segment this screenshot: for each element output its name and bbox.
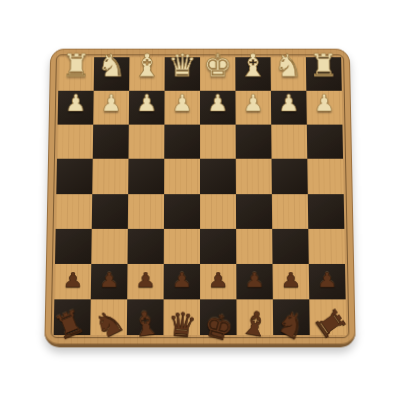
- square[interactable]: [56, 159, 92, 194]
- piece-wP[interactable]: ♟: [65, 91, 87, 114]
- piece-wP[interactable]: ♟: [243, 91, 264, 114]
- square[interactable]: ♜: [54, 299, 91, 335]
- square[interactable]: ♟: [236, 264, 273, 300]
- piece-wP[interactable]: ♟: [207, 91, 228, 114]
- piece-wP[interactable]: ♟: [136, 91, 157, 114]
- piece-bP[interactable]: ♟: [244, 270, 265, 290]
- piece-wP[interactable]: ♟: [313, 91, 335, 114]
- square[interactable]: [272, 229, 309, 264]
- square[interactable]: [271, 125, 307, 159]
- square[interactable]: ♟: [306, 91, 342, 125]
- square[interactable]: ♟: [58, 91, 94, 125]
- square[interactable]: ♟: [271, 91, 307, 125]
- square[interactable]: [307, 125, 343, 159]
- square[interactable]: ♟: [164, 91, 200, 125]
- square[interactable]: [164, 194, 200, 229]
- square[interactable]: [200, 229, 236, 264]
- square[interactable]: [55, 229, 92, 264]
- square[interactable]: ♟: [200, 91, 236, 125]
- piece-bQ[interactable]: ♛: [166, 308, 198, 343]
- square[interactable]: [92, 194, 128, 229]
- square[interactable]: [200, 125, 236, 159]
- piece-bP[interactable]: ♟: [99, 270, 120, 290]
- square[interactable]: ♝: [127, 299, 164, 335]
- square[interactable]: ♝: [235, 57, 271, 91]
- square[interactable]: [272, 159, 308, 194]
- piece-bP[interactable]: ♟: [208, 270, 229, 290]
- piece-bR[interactable]: ♜: [308, 303, 351, 346]
- square[interactable]: ♟: [164, 264, 200, 300]
- piece-bP[interactable]: ♟: [317, 270, 338, 290]
- square[interactable]: [308, 229, 345, 264]
- square[interactable]: ♜: [58, 57, 94, 91]
- piece-wR[interactable]: ♜: [62, 50, 92, 82]
- square[interactable]: [164, 159, 200, 194]
- square[interactable]: ♟: [272, 264, 309, 300]
- square[interactable]: ♛: [165, 57, 200, 91]
- square[interactable]: [272, 194, 308, 229]
- square[interactable]: [128, 194, 164, 229]
- square[interactable]: ♞: [94, 57, 130, 91]
- square[interactable]: ♟: [309, 264, 346, 300]
- square[interactable]: ♚: [200, 299, 237, 335]
- square[interactable]: ♟: [54, 264, 91, 300]
- square[interactable]: ♟: [93, 91, 129, 125]
- square[interactable]: [307, 159, 343, 194]
- square[interactable]: ♟: [235, 91, 271, 125]
- board-grid: ♜♞♝♛♚♝♞♜♟♟♟♟♟♟♟♟♟♟♟♟♟♟♟♟♜♞♝♛♚♝♞♜: [54, 57, 347, 335]
- piece-wP[interactable]: ♟: [172, 91, 193, 114]
- square[interactable]: [200, 159, 236, 194]
- square[interactable]: ♞: [90, 299, 127, 335]
- square[interactable]: [164, 125, 200, 159]
- square[interactable]: ♚: [200, 57, 235, 91]
- square[interactable]: [91, 229, 128, 264]
- scene: ♜♞♝♛♚♝♞♜♟♟♟♟♟♟♟♟♟♟♟♟♟♟♟♟♜♞♝♛♚♝♞♜: [0, 0, 400, 400]
- square[interactable]: ♛: [163, 299, 200, 335]
- square[interactable]: [56, 194, 93, 229]
- piece-bN[interactable]: ♞: [271, 304, 312, 347]
- square[interactable]: ♟: [200, 264, 236, 300]
- square[interactable]: [57, 125, 93, 159]
- piece-bB[interactable]: ♝: [238, 306, 272, 343]
- piece-bP[interactable]: ♟: [171, 270, 192, 290]
- piece-bB[interactable]: ♝: [129, 306, 162, 342]
- square[interactable]: [236, 125, 272, 159]
- piece-bK[interactable]: ♚: [200, 308, 236, 347]
- piece-wP[interactable]: ♟: [278, 91, 299, 114]
- square[interactable]: [128, 229, 164, 264]
- square[interactable]: [92, 159, 128, 194]
- square[interactable]: [128, 159, 164, 194]
- square[interactable]: ♝: [129, 57, 165, 91]
- piece-bP[interactable]: ♟: [280, 270, 301, 290]
- square[interactable]: ♟: [91, 264, 128, 300]
- square[interactable]: [128, 125, 164, 159]
- piece-wK[interactable]: ♚: [203, 50, 232, 82]
- square[interactable]: ♞: [273, 299, 310, 335]
- piece-bP[interactable]: ♟: [135, 270, 156, 290]
- square[interactable]: ♜: [309, 299, 346, 335]
- square[interactable]: ♞: [271, 57, 307, 91]
- piece-wN[interactable]: ♞: [97, 50, 126, 82]
- piece-bN[interactable]: ♞: [89, 303, 129, 345]
- piece-bP[interactable]: ♟: [62, 270, 83, 290]
- piece-wP[interactable]: ♟: [100, 91, 121, 114]
- square[interactable]: [308, 194, 345, 229]
- piece-wB[interactable]: ♝: [132, 50, 161, 82]
- chess-board: ♜♞♝♛♚♝♞♜♟♟♟♟♟♟♟♟♟♟♟♟♟♟♟♟♜♞♝♛♚♝♞♜: [44, 49, 355, 348]
- square[interactable]: [93, 125, 129, 159]
- piece-wN[interactable]: ♞: [274, 50, 303, 82]
- piece-wQ[interactable]: ♛: [168, 50, 197, 82]
- square[interactable]: ♟: [129, 91, 165, 125]
- square[interactable]: [236, 194, 272, 229]
- square[interactable]: [236, 159, 272, 194]
- piece-bR[interactable]: ♜: [50, 305, 89, 346]
- square[interactable]: ♟: [127, 264, 164, 300]
- square[interactable]: ♝: [236, 299, 273, 335]
- square[interactable]: [164, 229, 200, 264]
- square[interactable]: [236, 229, 272, 264]
- square[interactable]: [200, 194, 236, 229]
- square[interactable]: ♜: [306, 57, 342, 91]
- piece-wR[interactable]: ♜: [309, 50, 339, 82]
- piece-wB[interactable]: ♝: [238, 50, 267, 82]
